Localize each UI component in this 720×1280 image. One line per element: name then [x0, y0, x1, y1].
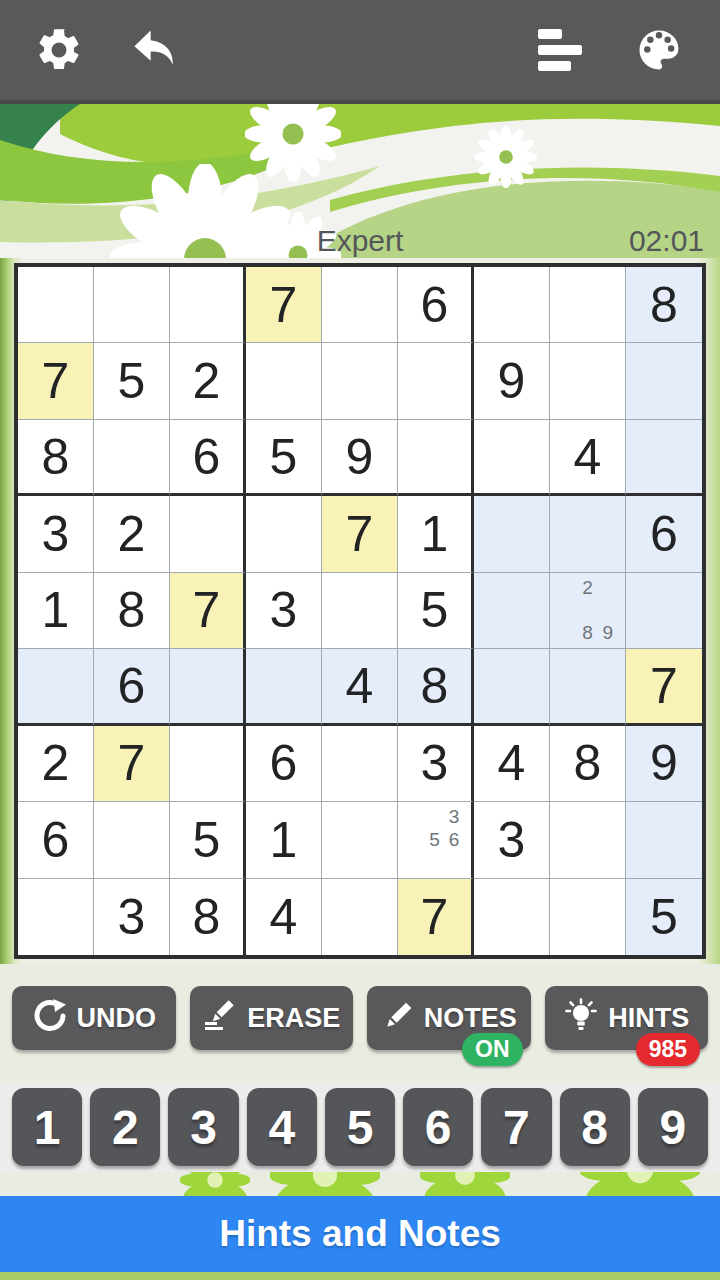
cell-digit: 8	[193, 892, 221, 942]
cell-r7c7[interactable]: 4	[474, 726, 550, 802]
numpad-7[interactable]: 7	[481, 1088, 551, 1166]
number-pad: 123456789	[0, 1088, 720, 1166]
cell-r4c9[interactable]: 6	[626, 496, 702, 572]
cell-digit: 6	[270, 738, 298, 788]
cell-r3c7[interactable]	[474, 420, 550, 496]
cell-digit: 5	[193, 815, 221, 865]
cell-r5c1[interactable]: 1	[18, 573, 94, 649]
cell-r2c6[interactable]	[398, 343, 474, 419]
cell-r3c2[interactable]	[94, 420, 170, 496]
cell-r7c9[interactable]: 9	[626, 726, 702, 802]
notes-label: NOTES	[424, 1003, 517, 1034]
cell-r1c9[interactable]: 8	[626, 267, 702, 343]
cell-digit: 2	[193, 356, 221, 406]
bulb-icon	[563, 998, 599, 1038]
cell-r9c1[interactable]	[18, 879, 94, 955]
theme-palette-icon[interactable]	[630, 21, 688, 79]
cell-r6c6[interactable]: 8	[398, 649, 474, 725]
cell-r8c4[interactable]: 1	[246, 802, 322, 878]
cell-r2c8[interactable]	[550, 343, 626, 419]
hints-button[interactable]: HINTS 985	[545, 986, 709, 1050]
cell-r7c8[interactable]: 8	[550, 726, 626, 802]
cell-r6c4[interactable]	[246, 649, 322, 725]
cell-digit: 6	[193, 432, 221, 482]
cell-r1c5[interactable]	[322, 267, 398, 343]
numpad-3[interactable]: 3	[168, 1088, 238, 1166]
cell-digit: 2	[42, 738, 70, 788]
cell-r5c9[interactable]	[626, 573, 702, 649]
cell-r2c1[interactable]: 7	[18, 343, 94, 419]
cell-digit: 5	[118, 356, 146, 406]
cell-digit: 8	[42, 432, 70, 482]
cell-digit: 9	[346, 432, 374, 482]
cell-r1c6[interactable]: 6	[398, 267, 474, 343]
cell-r7c6[interactable]: 3	[398, 726, 474, 802]
cell-r4c6[interactable]: 1	[398, 496, 474, 572]
cell-r9c7[interactable]	[474, 879, 550, 955]
cell-r4c3[interactable]	[170, 496, 246, 572]
cell-r9c3[interactable]: 8	[170, 879, 246, 955]
cell-r8c7[interactable]: 3	[474, 802, 550, 878]
erase-button[interactable]: ERASE	[190, 986, 354, 1050]
cell-r4c8[interactable]	[550, 496, 626, 572]
cell-r6c2[interactable]: 6	[94, 649, 170, 725]
cell-r3c6[interactable]	[398, 420, 474, 496]
sudoku-board: 7687529865943271618735289648727634896513…	[14, 263, 706, 959]
cell-r7c3[interactable]	[170, 726, 246, 802]
cell-digit: 4	[498, 738, 526, 788]
numpad-6[interactable]: 6	[403, 1088, 473, 1166]
cell-r7c1[interactable]: 2	[18, 726, 94, 802]
cell-digit: 7	[421, 892, 449, 942]
cell-r9c5[interactable]	[322, 879, 398, 955]
cell-digit: 3	[421, 738, 449, 788]
cell-r1c7[interactable]	[474, 267, 550, 343]
cell-r8c3[interactable]: 5	[170, 802, 246, 878]
cell-r3c5[interactable]: 9	[322, 420, 398, 496]
cell-r5c8[interactable]: 289	[550, 573, 626, 649]
cell-r3c3[interactable]: 6	[170, 420, 246, 496]
cell-r6c9[interactable]: 7	[626, 649, 702, 725]
cell-digit: 3	[498, 815, 526, 865]
cell-digit: 6	[118, 661, 146, 711]
cell-notes: 289	[550, 573, 625, 648]
difficulty-label: Expert	[0, 224, 720, 258]
control-buttons-row: UNDO ERASE NOTES ON HINTS 985	[0, 986, 720, 1050]
cell-digit: 4	[270, 892, 298, 942]
cell-digit: 1	[270, 815, 298, 865]
header-banner: Expert 02:01	[0, 104, 720, 262]
cell-r4c4[interactable]	[246, 496, 322, 572]
cell-digit: 5	[270, 432, 298, 482]
cell-r5c7[interactable]	[474, 573, 550, 649]
cell-r8c5[interactable]	[322, 802, 398, 878]
cell-r9c9[interactable]: 5	[626, 879, 702, 955]
cell-r5c5[interactable]	[322, 573, 398, 649]
cell-r3c8[interactable]: 4	[550, 420, 626, 496]
top-app-bar	[0, 0, 720, 104]
cell-r2c5[interactable]	[322, 343, 398, 419]
cell-r5c2[interactable]: 8	[94, 573, 170, 649]
cell-r4c2[interactable]: 2	[94, 496, 170, 572]
cell-r6c3[interactable]	[170, 649, 246, 725]
cell-digit: 6	[42, 815, 70, 865]
cell-digit: 9	[650, 738, 678, 788]
cell-r3c4[interactable]: 5	[246, 420, 322, 496]
undo-label: UNDO	[77, 1003, 157, 1034]
cell-r9c2[interactable]: 3	[94, 879, 170, 955]
cell-r3c1[interactable]: 8	[18, 420, 94, 496]
cell-r6c5[interactable]: 4	[322, 649, 398, 725]
pencil-icon	[381, 999, 415, 1037]
numpad-1[interactable]: 1	[12, 1088, 82, 1166]
cell-r8c1[interactable]: 6	[18, 802, 94, 878]
cell-r6c8[interactable]	[550, 649, 626, 725]
cell-digit: 2	[118, 509, 146, 559]
cell-digit: 7	[270, 280, 298, 330]
cell-r2c4[interactable]	[246, 343, 322, 419]
cell-digit: 7	[650, 661, 678, 711]
cell-r1c4[interactable]: 7	[246, 267, 322, 343]
cell-digit: 6	[421, 280, 449, 330]
cell-notes: 356	[398, 802, 471, 877]
bottom-green-strip	[0, 1272, 720, 1280]
cell-digit: 5	[421, 585, 449, 635]
undo-back-arrow-icon[interactable]	[126, 21, 184, 79]
stats-bars-icon[interactable]	[532, 21, 590, 79]
cell-r8c2[interactable]	[94, 802, 170, 878]
cell-r4c7[interactable]	[474, 496, 550, 572]
cell-r4c5[interactable]: 7	[322, 496, 398, 572]
cell-r6c7[interactable]	[474, 649, 550, 725]
hints-label: HINTS	[608, 1003, 689, 1034]
numpad-8[interactable]: 8	[560, 1088, 630, 1166]
cell-digit: 1	[42, 585, 70, 635]
undo-button[interactable]: UNDO	[12, 986, 176, 1050]
cell-digit: 8	[118, 585, 146, 635]
cell-r5c6[interactable]: 5	[398, 573, 474, 649]
numpad-4[interactable]: 4	[247, 1088, 317, 1166]
cell-digit: 6	[650, 509, 678, 559]
notes-button[interactable]: NOTES ON	[367, 986, 531, 1050]
cell-r2c3[interactable]: 2	[170, 343, 246, 419]
cell-r2c7[interactable]: 9	[474, 343, 550, 419]
cell-digit: 8	[421, 661, 449, 711]
cell-r7c2[interactable]: 7	[94, 726, 170, 802]
cell-r7c5[interactable]	[322, 726, 398, 802]
cell-r9c4[interactable]: 4	[246, 879, 322, 955]
numpad-2[interactable]: 2	[90, 1088, 160, 1166]
cell-digit: 5	[650, 892, 678, 942]
erase-pencil-icon	[202, 998, 238, 1038]
cell-r1c8[interactable]	[550, 267, 626, 343]
cell-r1c3[interactable]	[170, 267, 246, 343]
cell-digit: 7	[193, 585, 221, 635]
cell-r9c6[interactable]: 7	[398, 879, 474, 955]
cell-digit: 9	[498, 356, 526, 406]
cell-r2c9[interactable]	[626, 343, 702, 419]
timer: 02:01	[629, 224, 704, 258]
cell-digit: 1	[421, 509, 449, 559]
cell-r5c4[interactable]: 3	[246, 573, 322, 649]
hints-and-notes-label: Hints and Notes	[219, 1213, 501, 1255]
cell-digit: 7	[346, 509, 374, 559]
hints-and-notes-bar[interactable]: Hints and Notes	[0, 1196, 720, 1272]
undo-circular-icon	[32, 998, 68, 1038]
cell-r8c6[interactable]: 356	[398, 802, 474, 878]
cell-r4c1[interactable]: 3	[18, 496, 94, 572]
cell-r3c9[interactable]	[626, 420, 702, 496]
cell-digit: 7	[42, 356, 70, 406]
cell-r5c3[interactable]: 7	[170, 573, 246, 649]
cell-r6c1[interactable]	[18, 649, 94, 725]
cell-r2c2[interactable]: 5	[94, 343, 170, 419]
cell-r1c2[interactable]	[94, 267, 170, 343]
numpad-9[interactable]: 9	[638, 1088, 708, 1166]
hints-count-badge: 985	[636, 1033, 700, 1066]
cell-digit: 8	[574, 738, 602, 788]
cell-digit: 8	[650, 280, 678, 330]
cell-digit: 4	[574, 432, 602, 482]
cell-digit: 4	[346, 661, 374, 711]
cell-r1c1[interactable]	[18, 267, 94, 343]
cell-digit: 3	[42, 509, 70, 559]
cell-digit: 7	[118, 738, 146, 788]
cell-digit: 3	[270, 585, 298, 635]
cell-r8c9[interactable]	[626, 802, 702, 878]
cell-r9c8[interactable]	[550, 879, 626, 955]
cell-digit: 3	[118, 892, 146, 942]
cell-r8c8[interactable]	[550, 802, 626, 878]
settings-gear-icon[interactable]	[30, 21, 88, 79]
erase-label: ERASE	[247, 1003, 340, 1034]
numpad-5[interactable]: 5	[325, 1088, 395, 1166]
cell-r7c4[interactable]: 6	[246, 726, 322, 802]
notes-on-badge: ON	[462, 1033, 523, 1066]
